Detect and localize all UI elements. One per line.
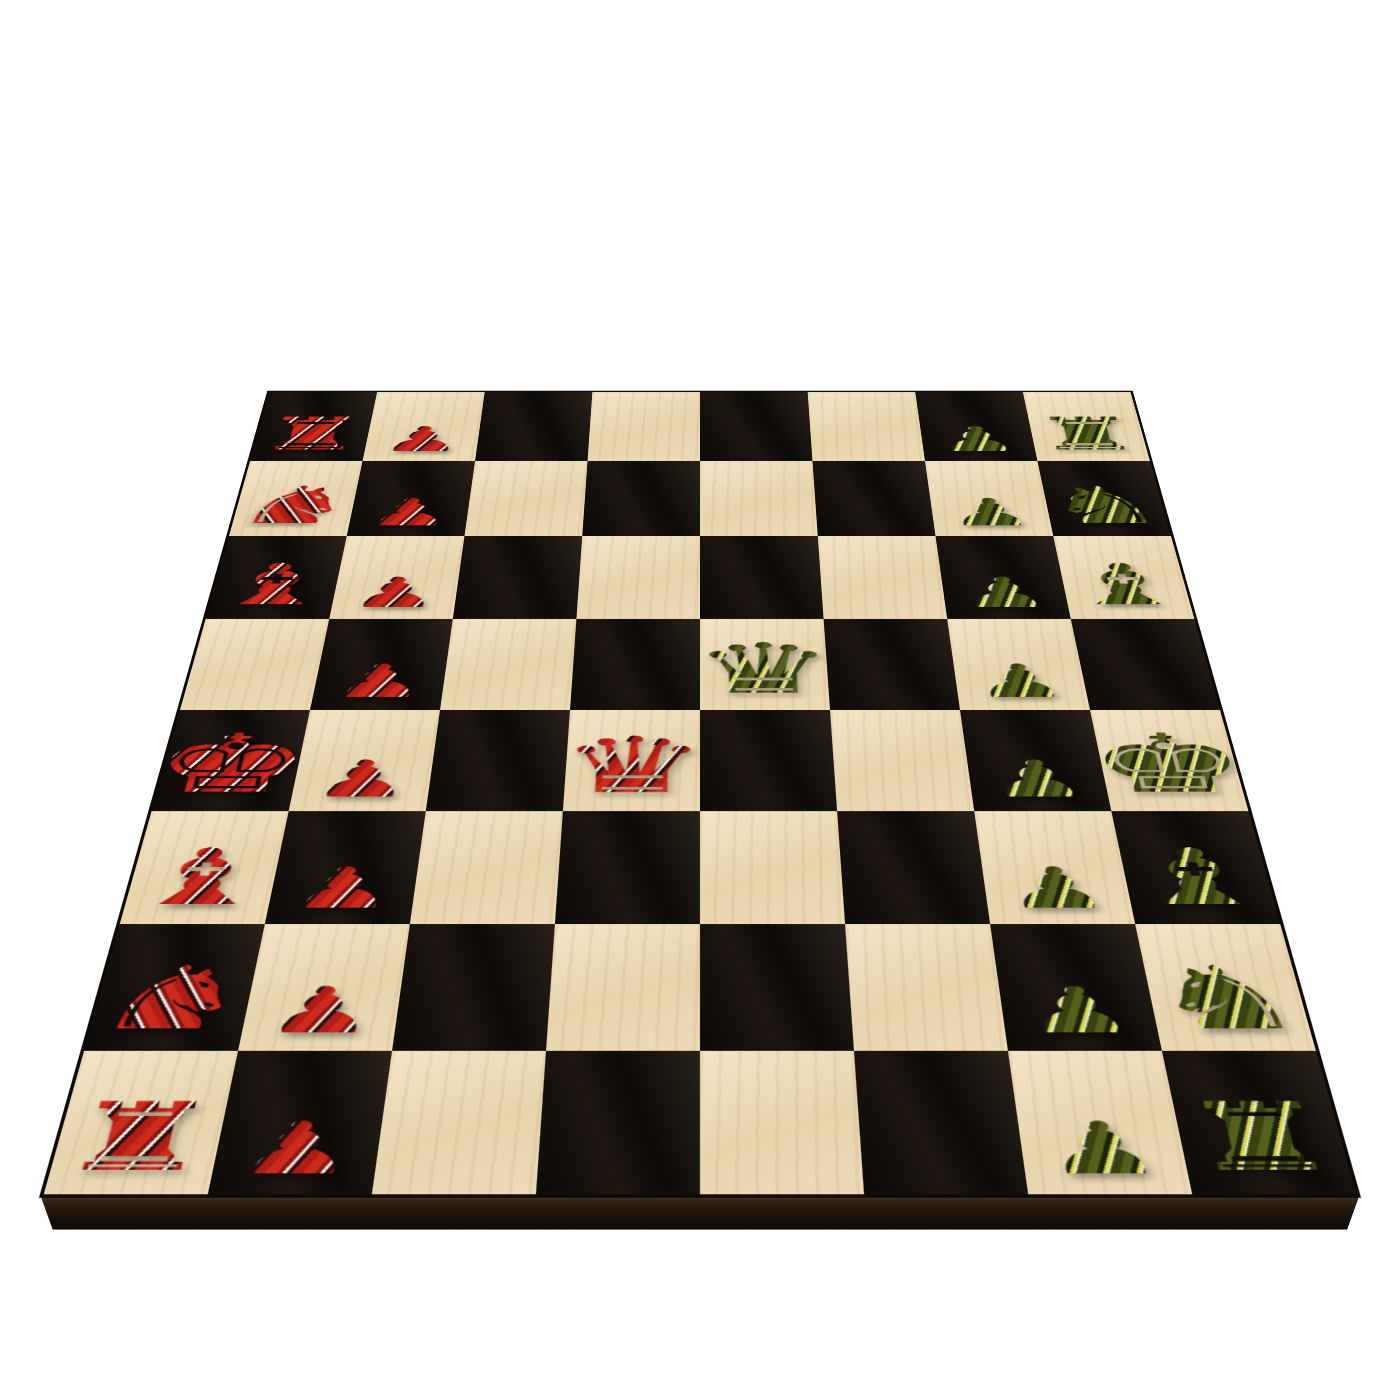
square-e1[interactable]: ♚ xyxy=(152,710,310,811)
square-e8[interactable]: ♚ xyxy=(1090,710,1248,811)
square-d4[interactable] xyxy=(570,619,700,710)
piece-red-knight[interactable]: ♞ xyxy=(85,955,260,1043)
square-g8[interactable]: ♞ xyxy=(1135,924,1316,1051)
board-front-edge xyxy=(40,1194,1360,1229)
square-f2[interactable]: ♟ xyxy=(265,811,426,924)
square-h8[interactable]: ♜ xyxy=(1162,1051,1356,1194)
square-h6[interactable] xyxy=(854,1051,1028,1194)
square-b7[interactable]: ♟ xyxy=(925,461,1053,536)
square-g2[interactable]: ♟ xyxy=(238,924,410,1051)
square-g7[interactable]: ♟ xyxy=(990,924,1162,1051)
square-f7[interactable]: ♟ xyxy=(974,811,1135,924)
piece-green-pawn[interactable]: ♟ xyxy=(970,659,1072,705)
square-f5[interactable] xyxy=(700,811,845,924)
square-g6[interactable] xyxy=(845,924,1008,1051)
piece-green-pawn[interactable]: ♟ xyxy=(1038,1113,1168,1185)
square-h3[interactable] xyxy=(372,1051,546,1194)
square-c4[interactable] xyxy=(576,536,700,619)
piece-green-pawn[interactable]: ♟ xyxy=(1018,979,1140,1043)
piece-green-queen[interactable]: ♛ xyxy=(692,634,839,704)
piece-red-bishop[interactable]: ♝ xyxy=(120,839,284,917)
square-c8[interactable]: ♝ xyxy=(1053,536,1194,619)
square-f8[interactable]: ♝ xyxy=(1111,811,1280,924)
square-a6[interactable] xyxy=(808,392,925,461)
square-e5[interactable] xyxy=(700,710,837,811)
square-d5[interactable]: ♛ xyxy=(700,619,830,710)
piece-red-pawn[interactable]: ♟ xyxy=(347,572,443,613)
piece-green-rook[interactable]: ♜ xyxy=(1029,412,1147,457)
square-b5[interactable] xyxy=(700,461,818,536)
piece-red-bishop[interactable]: ♝ xyxy=(206,556,344,613)
square-g3[interactable] xyxy=(392,924,555,1051)
square-g4[interactable] xyxy=(546,924,700,1051)
square-d7[interactable]: ♟ xyxy=(947,619,1090,710)
square-d3[interactable] xyxy=(440,619,576,710)
piece-green-rook[interactable]: ♜ xyxy=(1173,1091,1351,1185)
square-b6[interactable] xyxy=(812,461,935,536)
product-photo: ♜♟♟♜♞♟♟♞♝♟♟♝♟♛♟♚♟♛♟♚♝♟♟♝♞♟♟♞♜♟♟♜ xyxy=(0,0,1400,1399)
square-c6[interactable] xyxy=(818,536,947,619)
square-b3[interactable] xyxy=(464,461,587,536)
square-e6[interactable] xyxy=(830,710,974,811)
square-d2[interactable]: ♟ xyxy=(310,619,453,710)
piece-green-pawn[interactable]: ♟ xyxy=(934,422,1021,456)
square-c5[interactable] xyxy=(700,536,824,619)
square-e4[interactable]: ♛ xyxy=(563,710,700,811)
piece-red-pawn[interactable]: ♟ xyxy=(308,754,416,805)
square-a2[interactable]: ♟ xyxy=(363,392,485,461)
square-g1[interactable]: ♞ xyxy=(84,924,265,1051)
piece-red-queen[interactable]: ♛ xyxy=(554,727,709,804)
square-b1[interactable]: ♞ xyxy=(229,461,363,536)
photo-scene: ♜♟♟♜♞♟♟♞♝♟♟♝♟♛♟♚♟♛♟♚♝♟♟♝♞♟♟♞♜♟♟♜ xyxy=(180,190,1220,1310)
chess-board: ♜♟♟♜♞♟♟♞♝♟♟♝♟♛♟♚♟♛♟♚♝♟♟♝♞♟♟♞♜♟♟♜ xyxy=(44,392,1357,1194)
piece-green-king[interactable]: ♚ xyxy=(1081,724,1260,805)
square-a5[interactable] xyxy=(700,392,812,461)
square-a4[interactable] xyxy=(588,392,700,461)
square-a1[interactable]: ♜ xyxy=(250,392,377,461)
piece-red-rook[interactable]: ♜ xyxy=(253,412,371,457)
square-d8[interactable] xyxy=(1071,619,1220,710)
square-c7[interactable]: ♟ xyxy=(936,536,1071,619)
square-d1[interactable] xyxy=(180,619,329,710)
square-a7[interactable]: ♟ xyxy=(915,392,1037,461)
piece-green-pawn[interactable]: ♟ xyxy=(1000,860,1114,917)
square-a8[interactable]: ♜ xyxy=(1023,392,1150,461)
piece-green-pawn[interactable]: ♟ xyxy=(945,494,1036,532)
chess-board-squares: ♜♟♟♜♞♟♟♞♝♟♟♝♟♛♟♚♟♛♟♚♝♟♟♝♞♟♟♞♜♟♟♜ xyxy=(44,392,1357,1194)
square-f1[interactable]: ♝ xyxy=(120,811,289,924)
square-b8[interactable]: ♞ xyxy=(1037,461,1171,536)
square-e3[interactable] xyxy=(426,710,570,811)
square-f6[interactable] xyxy=(837,811,990,924)
piece-green-pawn[interactable]: ♟ xyxy=(984,754,1092,805)
square-h2[interactable]: ♟ xyxy=(208,1051,392,1194)
square-c3[interactable] xyxy=(453,536,582,619)
piece-red-pawn[interactable]: ♟ xyxy=(260,979,382,1043)
square-b4[interactable] xyxy=(582,461,700,536)
square-a3[interactable] xyxy=(475,392,592,461)
square-b2[interactable]: ♟ xyxy=(347,461,475,536)
square-c2[interactable]: ♟ xyxy=(329,536,464,619)
square-f4[interactable] xyxy=(555,811,700,924)
piece-red-pawn[interactable]: ♟ xyxy=(286,860,400,917)
square-h1[interactable]: ♜ xyxy=(44,1051,238,1194)
piece-green-knight[interactable]: ♞ xyxy=(1140,955,1315,1043)
piece-red-pawn[interactable]: ♟ xyxy=(363,494,454,532)
piece-green-bishop[interactable]: ♝ xyxy=(1116,839,1280,917)
square-h5[interactable] xyxy=(700,1051,864,1194)
piece-red-king[interactable]: ♚ xyxy=(141,724,320,805)
square-h4[interactable] xyxy=(536,1051,700,1194)
square-g5[interactable] xyxy=(700,924,854,1051)
square-d6[interactable] xyxy=(824,619,960,710)
piece-green-knight[interactable]: ♞ xyxy=(1040,479,1171,531)
square-c1[interactable]: ♝ xyxy=(206,536,347,619)
square-f3[interactable] xyxy=(410,811,563,924)
piece-red-knight[interactable]: ♞ xyxy=(229,479,360,531)
piece-red-rook[interactable]: ♜ xyxy=(49,1091,227,1185)
piece-green-pawn[interactable]: ♟ xyxy=(957,572,1053,613)
piece-green-bishop[interactable]: ♝ xyxy=(1056,556,1194,613)
piece-red-pawn[interactable]: ♟ xyxy=(379,422,466,456)
piece-red-pawn[interactable]: ♟ xyxy=(329,659,431,705)
square-h7[interactable]: ♟ xyxy=(1008,1051,1192,1194)
piece-red-pawn[interactable]: ♟ xyxy=(232,1113,362,1185)
